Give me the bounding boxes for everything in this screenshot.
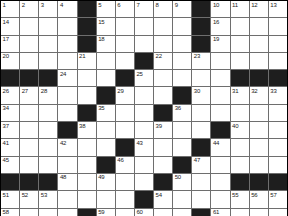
grid-cell[interactable] [58,53,76,69]
grid-cell[interactable]: 53 [39,191,57,207]
grid-cell[interactable] [78,87,96,103]
grid-cell[interactable] [39,105,57,121]
grid-cell[interactable]: 31 [231,87,249,103]
grid-cell[interactable]: 19 [211,36,229,52]
grid-cell[interactable]: 59 [97,209,115,216]
clue-number: 3 [41,2,44,9]
black-cell [78,1,96,17]
black-cell [20,174,38,190]
grid-cell[interactable] [154,36,172,52]
grid-cell[interactable]: 58 [1,209,19,216]
grid-cell[interactable]: 38 [78,122,96,138]
clue-number: 12 [251,2,257,9]
black-cell [20,70,38,86]
grid-cell[interactable]: 47 [192,157,210,173]
black-cell [116,139,134,155]
clue-number: 39 [156,123,162,130]
clue-number: 46 [117,157,123,164]
grid-cell[interactable] [135,157,153,173]
grid-cell[interactable]: 18 [97,36,115,52]
grid-cell[interactable] [250,209,268,216]
grid-cell[interactable] [250,18,268,34]
clue-number: 59 [98,209,104,216]
grid-cell[interactable]: 45 [1,157,19,173]
grid-cell[interactable]: 29 [116,87,134,103]
grid-cell[interactable]: 37 [1,122,19,138]
grid-cell[interactable] [154,157,172,173]
grid-cell[interactable] [39,122,57,138]
grid-cell[interactable]: 20 [1,53,19,69]
black-cell [135,53,153,69]
clue-number: 55 [232,192,238,199]
black-cell [116,70,134,86]
grid-cell[interactable]: 26 [1,87,19,103]
grid-cell[interactable] [116,191,134,207]
clue-number: 2 [22,2,25,9]
grid-cell[interactable] [58,209,76,216]
clue-number: 10 [213,2,219,9]
grid-cell[interactable] [269,122,287,138]
grid-cell[interactable] [39,18,57,34]
grid-cell[interactable] [154,209,172,216]
grid-cell[interactable]: 49 [97,174,115,190]
grid-cell[interactable] [20,53,38,69]
grid-cell[interactable] [250,139,268,155]
grid-cell[interactable] [58,87,76,103]
grid-cell[interactable] [135,36,153,52]
black-cell [78,36,96,52]
grid-cell[interactable]: 61 [211,209,229,216]
grid-cell[interactable]: 8 [154,1,172,17]
grid-cell[interactable]: 43 [135,139,153,155]
black-cell [78,105,96,121]
black-cell [39,70,57,86]
black-cell [1,174,19,190]
clue-number: 54 [156,192,162,199]
grid-cell[interactable] [269,36,287,52]
grid-cell[interactable] [211,87,229,103]
clue-number: 6 [117,2,120,9]
grid-cell[interactable] [269,139,287,155]
clue-number: 23 [194,53,200,60]
grid-cell[interactable]: 24 [58,70,76,86]
grid-cell[interactable] [20,105,38,121]
grid-cell[interactable]: 41 [1,139,19,155]
grid-cell[interactable] [78,70,96,86]
black-cell [135,191,153,207]
grid-cell[interactable] [250,105,268,121]
grid-cell[interactable]: 57 [269,191,287,207]
grid-cell[interactable]: 10 [211,1,229,17]
black-cell [192,36,210,52]
black-cell [192,1,210,17]
grid-cell[interactable] [20,209,38,216]
grid-cell[interactable] [116,174,134,190]
clue-number: 35 [98,105,104,112]
black-cell [154,174,172,190]
grid-cell[interactable]: 3 [39,1,57,17]
grid-cell[interactable] [231,18,249,34]
clue-number: 7 [136,2,139,9]
grid-cell[interactable] [211,157,229,173]
clue-number: 28 [41,88,47,95]
clue-number: 14 [3,19,9,26]
grid-cell[interactable]: 55 [231,191,249,207]
black-cell [78,209,96,216]
grid-cell[interactable]: 22 [154,53,172,69]
grid-cell[interactable] [135,122,153,138]
clue-number: 38 [79,123,85,130]
grid-cell[interactable] [192,122,210,138]
grid-cell[interactable] [78,191,96,207]
grid-cell[interactable] [269,157,287,173]
grid-cell[interactable]: 52 [20,191,38,207]
grid-cell[interactable] [173,191,191,207]
grid-cell[interactable] [20,18,38,34]
grid-cell[interactable] [154,139,172,155]
grid-cell[interactable] [116,105,134,121]
grid-cell[interactable] [116,36,134,52]
clue-number: 53 [41,192,47,199]
clue-number: 25 [136,71,142,78]
clue-number: 5 [98,2,101,9]
grid-cell[interactable]: 15 [97,18,115,34]
grid-cell[interactable] [250,53,268,69]
grid-cell[interactable] [173,70,191,86]
grid-cell[interactable] [231,139,249,155]
clue-number: 51 [3,192,9,199]
grid-cell[interactable]: 25 [135,70,153,86]
grid-cell[interactable]: 44 [211,139,229,155]
crossword-board: 1234567891011121314151617181920212223242… [0,0,288,216]
grid-cell[interactable] [135,18,153,34]
grid-cell[interactable] [39,157,57,173]
black-cell [192,209,210,216]
grid-cell[interactable] [97,191,115,207]
clue-number: 32 [251,88,257,95]
grid-cell[interactable]: 40 [231,122,249,138]
clue-number: 27 [22,88,28,95]
grid-cell[interactable] [97,70,115,86]
grid-cell[interactable] [269,209,287,216]
grid-cell[interactable]: 60 [135,209,153,216]
grid-cell[interactable] [58,18,76,34]
clue-number: 22 [156,53,162,60]
grid-cell[interactable] [135,87,153,103]
grid-cell[interactable] [58,191,76,207]
grid-cell[interactable] [269,105,287,121]
grid-cell[interactable] [269,18,287,34]
clue-number: 24 [60,71,66,78]
grid-cell[interactable]: 16 [211,18,229,34]
grid-cell[interactable]: 48 [58,174,76,190]
grid-cell[interactable] [20,139,38,155]
grid-cell[interactable] [211,191,229,207]
black-cell [39,174,57,190]
clue-number: 41 [3,140,9,147]
grid-cell[interactable]: 28 [39,87,57,103]
clue-number: 49 [98,174,104,181]
grid-cell[interactable] [39,209,57,216]
grid-cell[interactable]: 7 [135,1,153,17]
clue-number: 43 [136,140,142,147]
clue-number: 11 [232,2,238,9]
grid-cell[interactable] [116,53,134,69]
clue-number: 21 [79,53,85,60]
grid-cell[interactable] [231,157,249,173]
grid-cell[interactable] [173,139,191,155]
grid-cell[interactable]: 42 [58,139,76,155]
black-cell [192,18,210,34]
black-cell [211,122,229,138]
grid-cell[interactable] [250,157,268,173]
grid-cell[interactable] [58,36,76,52]
grid-cell[interactable]: 14 [1,18,19,34]
grid-cell[interactable]: 54 [154,191,172,207]
clue-number: 58 [3,209,9,216]
clue-number: 8 [156,2,159,9]
black-cell [97,87,115,103]
black-cell [269,174,287,190]
grid-cell[interactable] [173,209,191,216]
grid-cell[interactable] [39,139,57,155]
grid-cell[interactable]: 51 [1,191,19,207]
grid-cell[interactable]: 39 [154,122,172,138]
grid-cell[interactable]: 2 [20,1,38,17]
grid-cell[interactable] [269,53,287,69]
black-cell [173,157,191,173]
grid-cell[interactable]: 11 [231,1,249,17]
grid-cell[interactable]: 9 [173,1,191,17]
grid-cell[interactable] [231,105,249,121]
black-cell [58,122,76,138]
clue-number: 57 [270,192,276,199]
grid-cell[interactable] [192,105,210,121]
clue-number: 45 [3,157,9,164]
black-cell [269,70,287,86]
grid-cell[interactable]: 23 [192,53,210,69]
black-cell [154,105,172,121]
clue-number: 56 [251,192,257,199]
grid-cell[interactable] [211,53,229,69]
clue-number: 60 [136,209,142,216]
clue-number: 47 [194,157,200,164]
grid-cell[interactable] [116,122,134,138]
clue-number: 15 [98,19,104,26]
grid-cell[interactable] [173,122,191,138]
grid-cell[interactable] [97,139,115,155]
grid-cell[interactable]: 34 [1,105,19,121]
clue-number: 31 [232,88,238,95]
grid-cell[interactable] [97,53,115,69]
clue-number: 16 [213,19,219,26]
clue-number: 40 [232,123,238,130]
grid-cell[interactable]: 56 [250,191,268,207]
grid-cell[interactable]: 5 [97,1,115,17]
clue-number: 4 [60,2,63,9]
grid-cell[interactable] [20,122,38,138]
grid-cell[interactable] [231,209,249,216]
grid-cell[interactable] [135,105,153,121]
black-cell [231,70,249,86]
black-cell [192,139,210,155]
grid-cell[interactable] [135,174,153,190]
grid-cell[interactable] [192,70,210,86]
grid-cell[interactable] [58,157,76,173]
grid-cell[interactable]: 35 [97,105,115,121]
grid-cell[interactable] [154,18,172,34]
clue-number: 61 [213,209,219,216]
clue-number: 34 [3,105,9,112]
clue-number: 9 [175,2,178,9]
grid-cell[interactable] [20,36,38,52]
clue-number: 44 [213,140,219,147]
grid-cell[interactable] [58,105,76,121]
grid-cell[interactable] [78,157,96,173]
grid-cell[interactable]: 27 [20,87,38,103]
clue-number: 52 [22,192,28,199]
grid-cell[interactable]: 50 [173,174,191,190]
black-cell [173,87,191,103]
grid-cell[interactable] [39,36,57,52]
black-cell [250,70,268,86]
grid-cell[interactable]: 13 [269,1,287,17]
clue-number: 29 [117,88,123,95]
grid-cell[interactable]: 21 [78,53,96,69]
grid-cell[interactable] [154,70,172,86]
clue-number: 18 [98,36,104,43]
clue-number: 20 [3,53,9,60]
grid-cell[interactable] [39,53,57,69]
grid-cell[interactable] [250,122,268,138]
clue-number: 36 [175,105,181,112]
clue-number: 30 [194,88,200,95]
grid-cell[interactable]: 1 [1,1,19,17]
grid-cell[interactable]: 12 [250,1,268,17]
grid-cell[interactable]: 33 [269,87,287,103]
grid-cell[interactable] [173,36,191,52]
grid-cell[interactable] [211,105,229,121]
grid-cell[interactable] [173,18,191,34]
clue-number: 50 [175,174,181,181]
grid-cell[interactable] [154,87,172,103]
grid-cell[interactable]: 36 [173,105,191,121]
black-cell [231,174,249,190]
grid-cell[interactable]: 32 [250,87,268,103]
clue-number: 37 [3,123,9,130]
grid-cell[interactable] [231,53,249,69]
clue-number: 33 [270,88,276,95]
grid-cell[interactable]: 30 [192,87,210,103]
grid-cell[interactable] [211,70,229,86]
clue-number: 13 [270,2,276,9]
grid-cell[interactable] [116,209,134,216]
black-cell [78,18,96,34]
grid-cell[interactable] [78,174,96,190]
clue-number: 48 [60,174,66,181]
grid-cell[interactable] [116,18,134,34]
black-cell [1,70,19,86]
grid-cell[interactable] [97,122,115,138]
clue-number: 26 [3,88,9,95]
clue-number: 19 [213,36,219,43]
grid-cell[interactable]: 6 [116,1,134,17]
grid-cell[interactable] [192,174,210,190]
clue-number: 42 [60,140,66,147]
grid-cell[interactable]: 17 [1,36,19,52]
grid-cell[interactable] [173,53,191,69]
crossword-grid: 1234567891011121314151617181920212223242… [0,0,288,216]
black-cell [97,157,115,173]
grid-cell[interactable]: 4 [58,1,76,17]
grid-cell[interactable] [231,36,249,52]
black-cell [250,174,268,190]
clue-number: 1 [3,2,6,9]
grid-cell[interactable] [78,139,96,155]
grid-cell[interactable] [211,174,229,190]
grid-cell[interactable]: 46 [116,157,134,173]
grid-cell[interactable] [20,157,38,173]
grid-cell[interactable] [192,191,210,207]
grid-cell[interactable] [250,36,268,52]
clue-number: 17 [3,36,9,43]
